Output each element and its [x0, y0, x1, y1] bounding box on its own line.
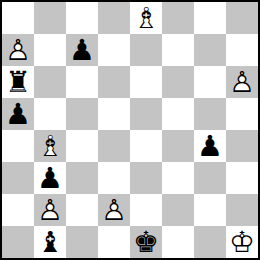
black-bishop[interactable]: ♝ — [34, 226, 66, 258]
square-g8[interactable] — [194, 2, 226, 34]
square-e1[interactable]: ♚ — [130, 226, 162, 258]
square-e5[interactable] — [130, 98, 162, 130]
white-pawn[interactable]: ♟♙ — [34, 194, 66, 226]
square-b1[interactable]: ♝ — [34, 226, 66, 258]
white-pawn[interactable]: ♟♙ — [98, 194, 130, 226]
white-bishop[interactable]: ♝♗ — [34, 130, 66, 162]
square-a4[interactable] — [2, 130, 34, 162]
square-d2[interactable]: ♟♙ — [98, 194, 130, 226]
square-f1[interactable] — [162, 226, 194, 258]
white-bishop-glyph: ♗ — [133, 4, 159, 33]
square-e3[interactable] — [130, 162, 162, 194]
black-pawn[interactable]: ♟ — [194, 130, 226, 162]
square-a7[interactable]: ♟♙ — [2, 34, 34, 66]
square-c7[interactable]: ♟ — [66, 34, 98, 66]
square-b7[interactable] — [34, 34, 66, 66]
square-d1[interactable] — [98, 226, 130, 258]
black-pawn[interactable]: ♟ — [2, 98, 34, 130]
square-f7[interactable] — [162, 34, 194, 66]
square-d5[interactable] — [98, 98, 130, 130]
white-pawn[interactable]: ♟♙ — [226, 66, 258, 98]
square-a6[interactable]: ♜ — [2, 66, 34, 98]
square-c6[interactable] — [66, 66, 98, 98]
square-f8[interactable] — [162, 2, 194, 34]
square-g2[interactable] — [194, 194, 226, 226]
square-h2[interactable] — [226, 194, 258, 226]
square-c3[interactable] — [66, 162, 98, 194]
square-f2[interactable] — [162, 194, 194, 226]
square-c4[interactable] — [66, 130, 98, 162]
square-a8[interactable] — [2, 2, 34, 34]
square-e4[interactable] — [130, 130, 162, 162]
square-f3[interactable] — [162, 162, 194, 194]
white-pawn-glyph: ♙ — [37, 196, 63, 225]
square-d3[interactable] — [98, 162, 130, 194]
square-g4[interactable]: ♟ — [194, 130, 226, 162]
square-d6[interactable] — [98, 66, 130, 98]
square-f4[interactable] — [162, 130, 194, 162]
square-g6[interactable] — [194, 66, 226, 98]
square-h7[interactable] — [226, 34, 258, 66]
square-g3[interactable] — [194, 162, 226, 194]
white-pawn-glyph: ♙ — [229, 68, 255, 97]
square-a1[interactable] — [2, 226, 34, 258]
square-d4[interactable] — [98, 130, 130, 162]
square-f6[interactable] — [162, 66, 194, 98]
square-f5[interactable] — [162, 98, 194, 130]
black-rook[interactable]: ♜ — [2, 66, 34, 98]
square-h4[interactable] — [226, 130, 258, 162]
square-b4[interactable]: ♝♗ — [34, 130, 66, 162]
square-e7[interactable] — [130, 34, 162, 66]
square-e6[interactable] — [130, 66, 162, 98]
square-e8[interactable]: ♝♗ — [130, 2, 162, 34]
white-bishop-glyph: ♗ — [37, 132, 63, 161]
square-c1[interactable] — [66, 226, 98, 258]
black-pawn[interactable]: ♟ — [66, 34, 98, 66]
square-c8[interactable] — [66, 2, 98, 34]
black-king[interactable]: ♚ — [130, 226, 162, 258]
white-bishop[interactable]: ♝♗ — [130, 2, 162, 34]
chess-board: ♝♗♟♙♟♜♟♙♟♝♗♟♟♟♙♟♙♝♚♚♔ — [2, 2, 258, 258]
square-g7[interactable] — [194, 34, 226, 66]
square-g5[interactable] — [194, 98, 226, 130]
square-b3[interactable]: ♟ — [34, 162, 66, 194]
square-b6[interactable] — [34, 66, 66, 98]
square-h8[interactable] — [226, 2, 258, 34]
square-a2[interactable] — [2, 194, 34, 226]
square-e2[interactable] — [130, 194, 162, 226]
white-king[interactable]: ♚♔ — [226, 226, 258, 258]
square-c2[interactable] — [66, 194, 98, 226]
square-h3[interactable] — [226, 162, 258, 194]
square-b8[interactable] — [34, 2, 66, 34]
square-c5[interactable] — [66, 98, 98, 130]
white-king-glyph: ♔ — [229, 228, 255, 257]
square-h1[interactable]: ♚♔ — [226, 226, 258, 258]
square-h6[interactable]: ♟♙ — [226, 66, 258, 98]
black-pawn[interactable]: ♟ — [34, 162, 66, 194]
square-g1[interactable] — [194, 226, 226, 258]
square-a5[interactable]: ♟ — [2, 98, 34, 130]
square-a3[interactable] — [2, 162, 34, 194]
white-pawn[interactable]: ♟♙ — [2, 34, 34, 66]
square-b5[interactable] — [34, 98, 66, 130]
white-pawn-glyph: ♙ — [101, 196, 127, 225]
white-pawn-glyph: ♙ — [5, 36, 31, 65]
chess-board-frame: ♝♗♟♙♟♜♟♙♟♝♗♟♟♟♙♟♙♝♚♚♔ — [0, 0, 260, 260]
square-h5[interactable] — [226, 98, 258, 130]
square-d8[interactable] — [98, 2, 130, 34]
square-b2[interactable]: ♟♙ — [34, 194, 66, 226]
square-d7[interactable] — [98, 34, 130, 66]
